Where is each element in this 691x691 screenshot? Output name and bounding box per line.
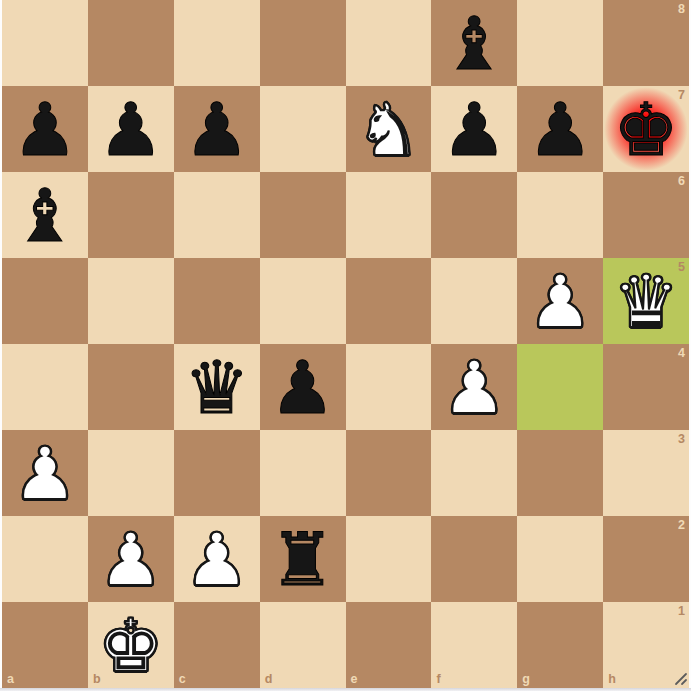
square-e2[interactable] [346,516,432,602]
square-d4[interactable]: ♟ [260,344,346,430]
square-c7[interactable]: ♟ [174,86,260,172]
square-h3[interactable]: 3 [603,430,689,516]
square-f2[interactable] [431,516,517,602]
square-e4[interactable] [346,344,432,430]
coord-rank-8: 8 [678,2,685,16]
piece-black-queen[interactable]: ♛ [174,344,260,430]
board-resize-handle-icon[interactable] [673,671,688,686]
square-a3[interactable]: ♟ [2,430,88,516]
square-f6[interactable] [431,172,517,258]
square-e7[interactable]: ♞ [346,86,432,172]
square-b7[interactable]: ♟ [88,86,174,172]
square-f5[interactable] [431,258,517,344]
square-b5[interactable] [88,258,174,344]
coord-file-c: c [179,672,186,686]
piece-black-pawn[interactable]: ♟ [174,86,260,172]
piece-white-pawn[interactable]: ♟ [174,516,260,602]
square-a4[interactable] [2,344,88,430]
square-d3[interactable] [260,430,346,516]
square-a7[interactable]: ♟ [2,86,88,172]
square-a8[interactable] [2,0,88,86]
square-d2[interactable]: ♜ [260,516,346,602]
square-a6[interactable]: ♝ [2,172,88,258]
page: ♝8♟♟♟♞♟♟7♚♝6♟5♛♛♟♟4♟3♟♟♜2ab♚cdefg1h [0,0,691,691]
square-b1[interactable]: b♚ [88,602,174,688]
piece-white-king[interactable]: ♚ [88,602,174,688]
square-g7[interactable]: ♟ [517,86,603,172]
coord-file-a: a [7,672,14,686]
square-e8[interactable] [346,0,432,86]
square-c5[interactable] [174,258,260,344]
piece-black-pawn[interactable]: ♟ [260,344,346,430]
square-b2[interactable]: ♟ [88,516,174,602]
piece-black-rook[interactable]: ♜ [260,516,346,602]
piece-black-pawn[interactable]: ♟ [2,86,88,172]
square-e1[interactable]: e [346,602,432,688]
square-b6[interactable] [88,172,174,258]
square-d5[interactable] [260,258,346,344]
square-c3[interactable] [174,430,260,516]
piece-black-pawn[interactable]: ♟ [88,86,174,172]
piece-black-bishop[interactable]: ♝ [431,0,517,86]
square-g1[interactable]: g [517,602,603,688]
square-c6[interactable] [174,172,260,258]
piece-white-knight[interactable]: ♞ [346,86,432,172]
square-a2[interactable] [2,516,88,602]
square-g5[interactable]: ♟ [517,258,603,344]
square-g2[interactable] [517,516,603,602]
coord-rank-4: 4 [678,346,685,360]
square-c8[interactable] [174,0,260,86]
square-h6[interactable]: 6 [603,172,689,258]
chess-board: ♝8♟♟♟♞♟♟7♚♝6♟5♛♛♟♟4♟3♟♟♜2ab♚cdefg1h [2,0,689,688]
piece-black-pawn[interactable]: ♟ [517,86,603,172]
square-g8[interactable] [517,0,603,86]
square-e6[interactable] [346,172,432,258]
square-h4[interactable]: 4 [603,344,689,430]
coord-rank-3: 3 [678,432,685,446]
piece-black-bishop[interactable]: ♝ [2,172,88,258]
square-g4[interactable] [517,344,603,430]
piece-black-king[interactable]: ♚ [603,86,689,172]
piece-white-pawn[interactable]: ♟ [88,516,174,602]
coord-rank-1: 1 [678,604,685,618]
coord-rank-2: 2 [678,518,685,532]
square-f7[interactable]: ♟ [431,86,517,172]
piece-white-pawn[interactable]: ♟ [517,258,603,344]
square-c2[interactable]: ♟ [174,516,260,602]
square-f3[interactable] [431,430,517,516]
square-b3[interactable] [88,430,174,516]
coord-file-g: g [522,672,530,686]
piece-white-pawn[interactable]: ♟ [431,344,517,430]
piece-white-pawn[interactable]: ♟ [2,430,88,516]
square-g3[interactable] [517,430,603,516]
square-f4[interactable]: ♟ [431,344,517,430]
square-e5[interactable] [346,258,432,344]
coord-rank-6: 6 [678,174,685,188]
square-a1[interactable]: a [2,602,88,688]
square-h7[interactable]: 7♚ [603,86,689,172]
square-c4[interactable]: ♛ [174,344,260,430]
square-f1[interactable]: f [431,602,517,688]
square-d8[interactable] [260,0,346,86]
square-h5[interactable]: 5♛ [603,258,689,344]
square-b8[interactable] [88,0,174,86]
piece-white-queen[interactable]: ♛ [603,258,689,344]
square-d1[interactable]: d [260,602,346,688]
square-c1[interactable]: c [174,602,260,688]
coord-file-d: d [265,672,273,686]
square-g6[interactable] [517,172,603,258]
coord-file-h: h [608,672,616,686]
square-d7[interactable] [260,86,346,172]
square-d6[interactable] [260,172,346,258]
square-h8[interactable]: 8 [603,0,689,86]
square-a5[interactable] [2,258,88,344]
square-f8[interactable]: ♝ [431,0,517,86]
square-h2[interactable]: 2 [603,516,689,602]
coord-file-e: e [351,672,358,686]
square-e3[interactable] [346,430,432,516]
square-b4[interactable] [88,344,174,430]
coord-file-f: f [436,672,440,686]
piece-black-pawn[interactable]: ♟ [431,86,517,172]
